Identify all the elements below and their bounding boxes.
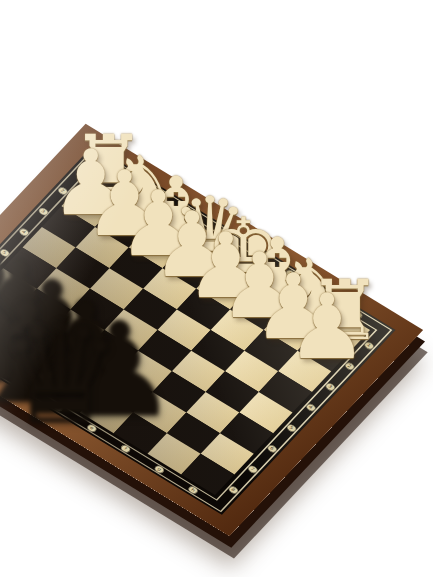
board-photo: aa11bb22cc33dd44ee55ff66gg77hh88 ♜♞♝♛♟♟♟… xyxy=(0,0,433,577)
piece-black-queen-d8[interactable]: ♛ xyxy=(0,305,123,444)
piece-white-pawn-h2[interactable]: ♟ xyxy=(287,283,368,373)
